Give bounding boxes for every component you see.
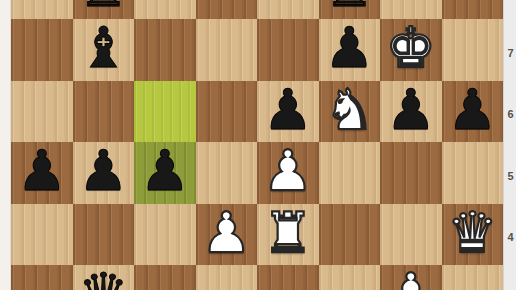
- black-pawn-a5[interactable]: ♟: [17, 140, 67, 202]
- square-a3[interactable]: [11, 265, 73, 290]
- square-c5[interactable]: ♟: [134, 142, 196, 204]
- white-rook-e4[interactable]: ♜: [263, 202, 313, 264]
- left-margin-strip: [0, 0, 11, 290]
- black-pawn-e6[interactable]: ♟: [263, 79, 313, 141]
- square-g5[interactable]: [380, 142, 442, 204]
- rank-label-6: 6: [504, 109, 516, 120]
- white-pawn-d4[interactable]: ♟: [201, 202, 251, 264]
- chess-board-screenshot: ♜♜♝♟♚♟♞♟♟♟♟♟♟♟♜♛♛♟ 7654: [0, 0, 516, 290]
- black-pawn-f7[interactable]: ♟: [324, 17, 374, 79]
- square-c3[interactable]: [134, 265, 196, 290]
- square-e5[interactable]: ♟: [257, 142, 319, 204]
- black-pawn-g6[interactable]: ♟: [386, 79, 436, 141]
- square-a6[interactable]: [11, 81, 73, 143]
- square-f5[interactable]: [319, 142, 381, 204]
- square-a4[interactable]: [11, 204, 73, 266]
- square-d3[interactable]: [196, 265, 258, 290]
- right-coordinate-strip: 7654: [503, 0, 516, 290]
- square-d6[interactable]: [196, 81, 258, 143]
- square-b5[interactable]: ♟: [73, 142, 135, 204]
- square-g4[interactable]: [380, 204, 442, 266]
- black-bishop-b7[interactable]: ♝: [78, 17, 128, 79]
- square-a5[interactable]: ♟: [11, 142, 73, 204]
- square-e3[interactable]: [257, 265, 319, 290]
- square-h8[interactable]: [442, 0, 504, 19]
- square-c7[interactable]: [134, 19, 196, 81]
- square-e4[interactable]: ♜: [257, 204, 319, 266]
- square-h6[interactable]: ♟: [442, 81, 504, 143]
- black-queen-b3[interactable]: ♛: [78, 263, 128, 290]
- board: ♜♜♝♟♚♟♞♟♟♟♟♟♟♟♜♛♛♟: [11, 0, 503, 290]
- black-pawn-h6[interactable]: ♟: [447, 79, 497, 141]
- white-pawn-e5[interactable]: ♟: [263, 140, 313, 202]
- black-pawn-b5[interactable]: ♟: [78, 140, 128, 202]
- square-d4[interactable]: ♟: [196, 204, 258, 266]
- square-c4[interactable]: [134, 204, 196, 266]
- square-b6[interactable]: [73, 81, 135, 143]
- square-e7[interactable]: [257, 19, 319, 81]
- square-f7[interactable]: ♟: [319, 19, 381, 81]
- square-h5[interactable]: [442, 142, 504, 204]
- square-g7[interactable]: ♚: [380, 19, 442, 81]
- square-f3[interactable]: [319, 265, 381, 290]
- square-a7[interactable]: [11, 19, 73, 81]
- white-queen-h4[interactable]: ♛: [447, 202, 497, 264]
- square-g3[interactable]: ♟: [380, 265, 442, 290]
- square-d8[interactable]: [196, 0, 258, 19]
- white-king-g7[interactable]: ♚: [386, 17, 436, 79]
- square-h3[interactable]: [442, 265, 504, 290]
- rank-label-5: 5: [504, 171, 516, 182]
- square-b4[interactable]: [73, 204, 135, 266]
- square-a8[interactable]: [11, 0, 73, 19]
- square-c6[interactable]: [134, 81, 196, 143]
- white-pawn-g3[interactable]: ♟: [386, 263, 436, 290]
- square-d5[interactable]: [196, 142, 258, 204]
- black-pawn-c5[interactable]: ♟: [140, 140, 190, 202]
- square-c8[interactable]: [134, 0, 196, 19]
- square-h4[interactable]: ♛: [442, 204, 504, 266]
- white-knight-f6[interactable]: ♞: [324, 79, 374, 141]
- square-e8[interactable]: [257, 0, 319, 19]
- square-g6[interactable]: ♟: [380, 81, 442, 143]
- rank-label-7: 7: [504, 48, 516, 59]
- square-h7[interactable]: [442, 19, 504, 81]
- square-b7[interactable]: ♝: [73, 19, 135, 81]
- square-e6[interactable]: ♟: [257, 81, 319, 143]
- square-f6[interactable]: ♞: [319, 81, 381, 143]
- square-f4[interactable]: [319, 204, 381, 266]
- rank-label-4: 4: [504, 232, 516, 243]
- square-b3[interactable]: ♛: [73, 265, 135, 290]
- square-d7[interactable]: [196, 19, 258, 81]
